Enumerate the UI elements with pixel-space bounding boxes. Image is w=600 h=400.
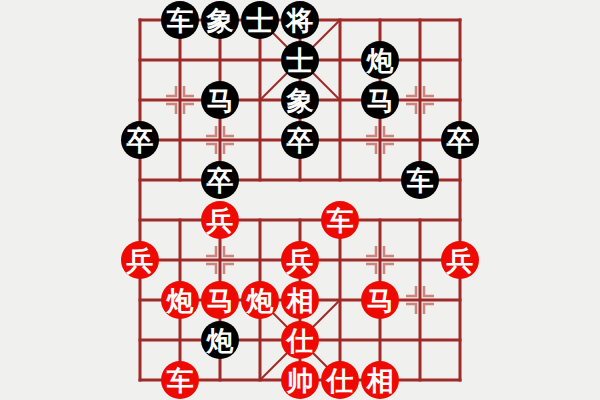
piece-black-cannon[interactable]: 炮: [201, 321, 239, 359]
piece-black-soldier[interactable]: 卒: [441, 121, 479, 159]
piece-black-advisor[interactable]: 士: [241, 1, 279, 39]
piece-black-elephant[interactable]: 象: [281, 81, 319, 119]
piece-red-horse[interactable]: 马: [201, 281, 239, 319]
piece-black-general[interactable]: 将: [281, 1, 319, 39]
piece-black-soldier[interactable]: 卒: [121, 121, 159, 159]
piece-black-chariot[interactable]: 车: [161, 1, 199, 39]
piece-red-elephant[interactable]: 相: [361, 361, 399, 399]
piece-black-advisor[interactable]: 士: [281, 41, 319, 79]
piece-red-soldier[interactable]: 兵: [281, 241, 319, 279]
pieces-layer: 车象士将士炮马象马卒卒卒卒车兵车兵兵兵炮马炮相马炮仕车帅仕相: [0, 0, 600, 400]
piece-red-chariot[interactable]: 车: [161, 361, 199, 399]
piece-red-advisor[interactable]: 仕: [281, 321, 319, 359]
piece-red-soldier[interactable]: 兵: [441, 241, 479, 279]
piece-red-advisor[interactable]: 仕: [321, 361, 359, 399]
piece-red-cannon[interactable]: 炮: [241, 281, 279, 319]
piece-red-soldier[interactable]: 兵: [201, 201, 239, 239]
xiangqi-app: 车象士将士炮马象马卒卒卒卒车兵车兵兵兵炮马炮相马炮仕车帅仕相: [0, 0, 600, 400]
piece-black-cannon[interactable]: 炮: [361, 41, 399, 79]
piece-red-elephant[interactable]: 相: [281, 281, 319, 319]
piece-red-general[interactable]: 帅: [281, 361, 319, 399]
piece-black-horse[interactable]: 马: [361, 81, 399, 119]
piece-black-soldier[interactable]: 卒: [281, 121, 319, 159]
piece-black-elephant[interactable]: 象: [201, 1, 239, 39]
piece-black-chariot[interactable]: 车: [401, 161, 439, 199]
piece-black-soldier[interactable]: 卒: [201, 161, 239, 199]
piece-red-chariot[interactable]: 车: [321, 201, 359, 239]
piece-red-horse[interactable]: 马: [361, 281, 399, 319]
piece-black-horse[interactable]: 马: [201, 81, 239, 119]
piece-red-soldier[interactable]: 兵: [121, 241, 159, 279]
piece-red-cannon[interactable]: 炮: [161, 281, 199, 319]
